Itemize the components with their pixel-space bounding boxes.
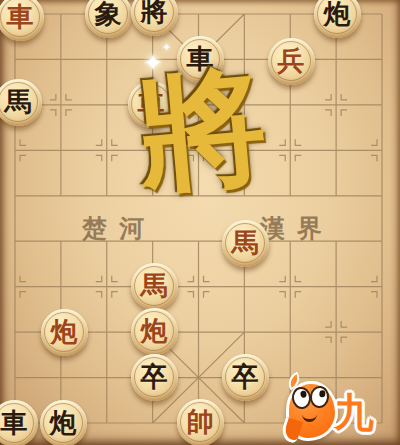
piece-character: 象 [95,0,122,27]
piece-character: 車 [7,3,34,30]
sparkle-small-icon: ✦ [162,42,171,53]
9game-mascot-icon [286,381,338,441]
jiang-logo-character: 將 [115,39,289,222]
piece-character: 車 [1,409,28,436]
piece-red-horse-2[interactable]: 馬 [131,263,178,310]
piece-character: 帥 [187,408,214,435]
piece-character: 馬 [232,229,259,256]
piece-red-general[interactable]: 帥 [177,399,224,445]
piece-character: 卒 [141,363,168,390]
piece-character: 兵 [278,47,305,74]
piece-black-cannon-2[interactable]: 炮 [40,400,87,445]
piece-character: 將 [141,0,168,25]
xiangqi-board: 楚河 漢界 車象將炮車兵馬車馬馬炮炮卒卒車炮帥 將 ✦ ✦ 九游 [0,0,400,445]
piece-character: 炮 [324,0,351,27]
piece-character: 炮 [141,317,168,344]
piece-character: 馬 [141,272,168,299]
piece-red-cannon-1[interactable]: 炮 [41,309,88,356]
mascot-eye-icon [309,385,330,409]
piece-black-horse[interactable]: 馬 [0,79,42,126]
piece-red-horse-1[interactable]: 馬 [222,220,269,267]
piece-black-soldier-2[interactable]: 卒 [222,354,269,401]
piece-character: 卒 [232,363,259,390]
piece-red-cannon-2[interactable]: 炮 [131,308,178,355]
piece-character: 炮 [50,409,77,436]
piece-black-soldier-1[interactable]: 卒 [131,354,178,401]
sparkle-icon: ✦ [143,51,163,75]
piece-character: 馬 [5,88,32,115]
piece-character: 炮 [51,318,78,345]
9game-watermark: 九游 [282,376,400,445]
mascot-smile-icon [302,411,317,422]
9game-logo-text: 九游 [334,385,400,445]
